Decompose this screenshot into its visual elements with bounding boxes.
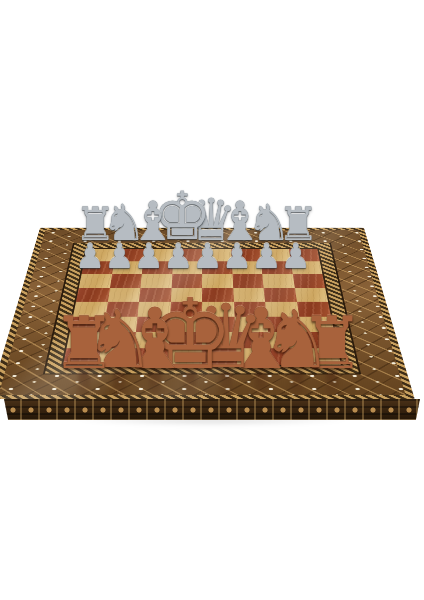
board-shadow [10,419,414,429]
square-b3[interactable] [262,274,294,287]
square-g3[interactable] [110,274,142,287]
piece-white-pawn[interactable]: ♟ [222,239,252,273]
piece-white-pawn[interactable]: ♟ [251,239,281,273]
board-side-edge [4,399,420,420]
piece-white-pawn[interactable]: ♟ [104,239,134,273]
piece-white-pawn[interactable]: ♟ [192,239,222,273]
chess-set-photo: ♜♞♝♛♚♝♞♜♟♟♟♟♟♟♟♟♜♞♝♛♚♝♞♜ [0,0,424,600]
square-h3[interactable] [79,274,112,287]
piece-black-rook[interactable]: ♜ [52,307,117,379]
piece-white-pawn[interactable]: ♟ [134,239,164,273]
piece-white-pawn[interactable]: ♟ [75,239,105,273]
piece-white-pawn[interactable]: ♟ [281,239,311,273]
piece-white-pawn[interactable]: ♟ [163,239,193,273]
square-a3[interactable] [292,274,325,287]
